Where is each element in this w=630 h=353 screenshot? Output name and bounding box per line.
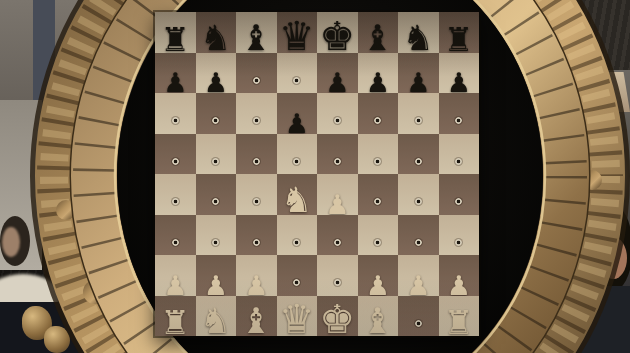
square-g3[interactable] [398, 215, 439, 256]
white-king: ♚ [317, 299, 358, 339]
square-e8[interactable]: ♚ [317, 12, 358, 53]
white-pawn: ♟ [317, 191, 358, 218]
square-e7[interactable]: ♟ [317, 53, 358, 94]
square-b3[interactable] [196, 215, 237, 256]
square-a1[interactable]: ♜ [155, 296, 196, 337]
peg-hole [253, 239, 260, 246]
square-g7[interactable]: ♟ [398, 53, 439, 94]
square-h5[interactable] [439, 134, 480, 175]
square-h7[interactable]: ♟ [439, 53, 480, 94]
white-rook: ♜ [155, 306, 196, 339]
peg-hole [172, 158, 179, 165]
peg-hole [374, 117, 381, 124]
square-a3[interactable] [155, 215, 196, 256]
black-pawn: ♟ [196, 69, 237, 96]
peg-hole [253, 77, 260, 84]
square-c8[interactable]: ♝ [236, 12, 277, 53]
white-pawn: ♟ [358, 272, 399, 299]
square-c3[interactable] [236, 215, 277, 256]
peg-hole [212, 117, 219, 124]
square-e5[interactable] [317, 134, 358, 175]
square-h8[interactable]: ♜ [439, 12, 480, 53]
peg-hole [374, 198, 381, 205]
peg-hole [455, 239, 462, 246]
square-f2[interactable]: ♟ [358, 255, 399, 296]
peg-hole [293, 158, 300, 165]
white-pawn: ♟ [236, 272, 277, 299]
peg-hole [293, 279, 300, 286]
square-b2[interactable]: ♟ [196, 255, 237, 296]
square-d8[interactable]: ♛ [277, 12, 318, 53]
square-f1[interactable]: ♝ [358, 296, 399, 337]
peg-hole [334, 117, 341, 124]
peg-hole [253, 158, 260, 165]
square-c1[interactable]: ♝ [236, 296, 277, 337]
white-pawn: ♟ [196, 272, 237, 299]
square-a5[interactable] [155, 134, 196, 175]
square-a6[interactable] [155, 93, 196, 134]
square-e2[interactable] [317, 255, 358, 296]
black-king: ♚ [317, 16, 358, 56]
black-pawn: ♟ [277, 110, 318, 137]
square-d6[interactable]: ♟ [277, 93, 318, 134]
square-h1[interactable]: ♜ [439, 296, 480, 337]
square-g6[interactable] [398, 93, 439, 134]
square-b4[interactable] [196, 174, 237, 215]
square-d2[interactable] [277, 255, 318, 296]
square-a4[interactable] [155, 174, 196, 215]
peg-hole [415, 239, 422, 246]
black-pawn: ♟ [358, 69, 399, 96]
peg-hole [212, 158, 219, 165]
black-pawn: ♟ [155, 69, 196, 96]
square-c7[interactable] [236, 53, 277, 94]
peg-hole [334, 239, 341, 246]
peg-hole [334, 158, 341, 165]
square-g1[interactable] [398, 296, 439, 337]
black-pawn: ♟ [439, 69, 480, 96]
white-knight: ♞ [277, 183, 318, 218]
white-bishop: ♝ [358, 304, 399, 339]
white-pawn: ♟ [439, 272, 480, 299]
black-pawn: ♟ [317, 69, 358, 96]
peg-hole [172, 239, 179, 246]
peg-hole [212, 198, 219, 205]
square-d1[interactable]: ♛ [277, 296, 318, 337]
square-d3[interactable] [277, 215, 318, 256]
square-h6[interactable] [439, 93, 480, 134]
square-b8[interactable]: ♞ [196, 12, 237, 53]
square-h3[interactable] [439, 215, 480, 256]
square-g4[interactable] [398, 174, 439, 215]
black-knight: ♞ [398, 21, 439, 56]
square-f6[interactable] [358, 93, 399, 134]
peg-hole [455, 198, 462, 205]
white-pawn: ♟ [398, 272, 439, 299]
square-c2[interactable]: ♟ [236, 255, 277, 296]
square-g8[interactable]: ♞ [398, 12, 439, 53]
square-d7[interactable] [277, 53, 318, 94]
black-queen: ♛ [277, 16, 318, 56]
black-knight: ♞ [196, 21, 237, 56]
black-rook: ♜ [439, 23, 480, 56]
peg-hole [455, 117, 462, 124]
white-queen: ♛ [277, 299, 318, 339]
peg-hole [293, 77, 300, 84]
black-rook: ♜ [155, 23, 196, 56]
peg-hole [415, 117, 422, 124]
peg-hole [415, 198, 422, 205]
chess-board: ♜♞♝♛♚♝♞♜♟♟♟♟♟♟♟♞♟♟♟♟♟♟♟♜♞♝♛♚♝♜ [155, 12, 479, 336]
square-e3[interactable] [317, 215, 358, 256]
square-e4[interactable]: ♟ [317, 174, 358, 215]
peg-hole [415, 320, 422, 327]
square-d4[interactable]: ♞ [277, 174, 318, 215]
square-b5[interactable] [196, 134, 237, 175]
square-b1[interactable]: ♞ [196, 296, 237, 337]
peg-hole [334, 279, 341, 286]
white-bishop: ♝ [236, 304, 277, 339]
peg-hole [455, 158, 462, 165]
peg-hole [172, 117, 179, 124]
square-a8[interactable]: ♜ [155, 12, 196, 53]
square-f4[interactable] [358, 174, 399, 215]
square-f5[interactable] [358, 134, 399, 175]
peg-hole [253, 117, 260, 124]
white-pawn: ♟ [155, 272, 196, 299]
square-e1[interactable]: ♚ [317, 296, 358, 337]
square-h4[interactable] [439, 174, 480, 215]
peg-hole [253, 198, 260, 205]
square-g2[interactable]: ♟ [398, 255, 439, 296]
black-bishop: ♝ [236, 21, 277, 56]
square-c6[interactable] [236, 93, 277, 134]
square-a2[interactable]: ♟ [155, 255, 196, 296]
square-f3[interactable] [358, 215, 399, 256]
square-a7[interactable]: ♟ [155, 53, 196, 94]
square-b7[interactable]: ♟ [196, 53, 237, 94]
white-knight: ♞ [196, 304, 237, 339]
peg-hole [293, 239, 300, 246]
square-e6[interactable] [317, 93, 358, 134]
black-bishop: ♝ [358, 21, 399, 56]
square-g5[interactable] [398, 134, 439, 175]
square-d5[interactable] [277, 134, 318, 175]
square-b6[interactable] [196, 93, 237, 134]
square-f8[interactable]: ♝ [358, 12, 399, 53]
black-pawn: ♟ [398, 69, 439, 96]
peg-hole [212, 239, 219, 246]
square-h2[interactable]: ♟ [439, 255, 480, 296]
peg-hole [415, 158, 422, 165]
square-c4[interactable] [236, 174, 277, 215]
peg-hole [374, 239, 381, 246]
square-c5[interactable] [236, 134, 277, 175]
peg-hole [374, 158, 381, 165]
white-rook: ♜ [439, 306, 480, 339]
peg-hole [172, 198, 179, 205]
square-f7[interactable]: ♟ [358, 53, 399, 94]
